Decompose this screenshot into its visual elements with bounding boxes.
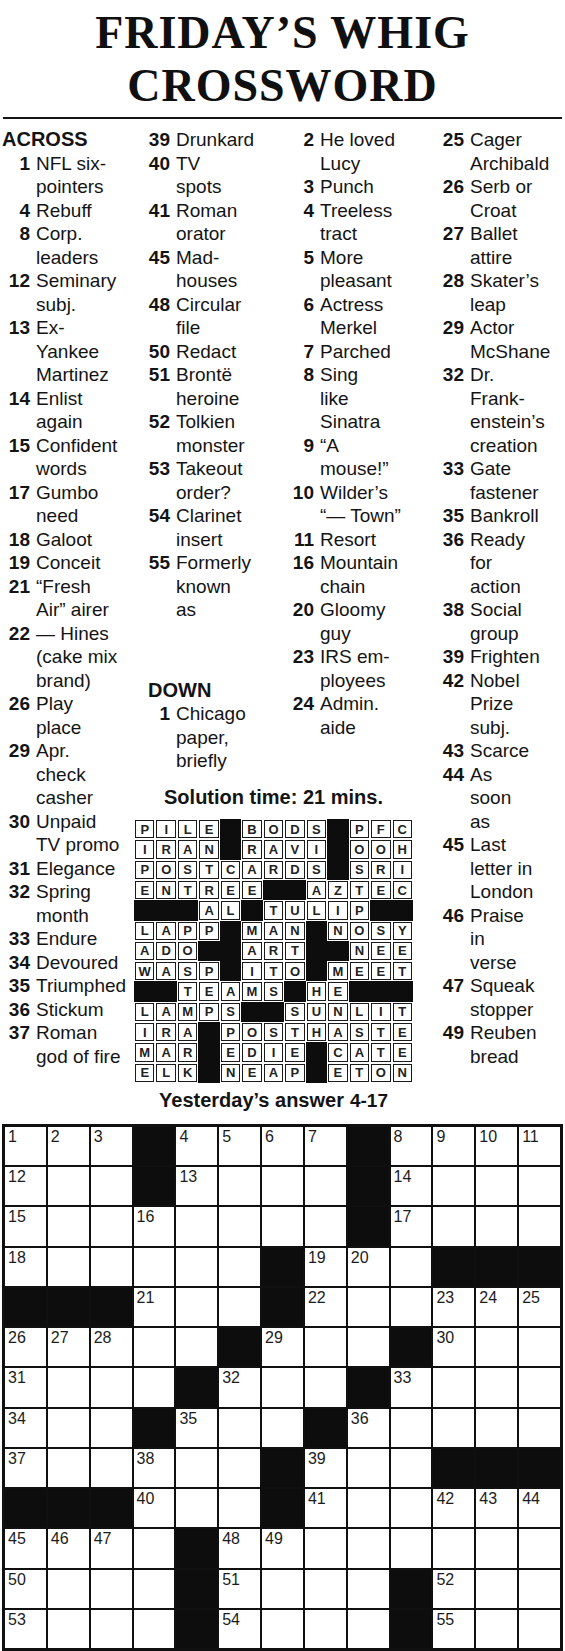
puzzle-cell[interactable]: 25 (519, 1288, 560, 1326)
puzzle-cell[interactable]: 18 (5, 1248, 46, 1286)
puzzle-cell[interactable] (134, 1570, 175, 1608)
puzzle-block-cell (433, 1449, 474, 1487)
puzzle-cell[interactable] (391, 1529, 432, 1567)
cell-number: 5 (222, 1128, 231, 1146)
puzzle-block-cell (348, 1368, 389, 1406)
puzzle-cell[interactable]: 21 (134, 1288, 175, 1326)
solution-cell: A (350, 1043, 369, 1061)
solution-cell: D (285, 861, 304, 879)
puzzle-cell[interactable]: 19 (305, 1248, 346, 1286)
puzzle-cell[interactable] (348, 1489, 389, 1527)
puzzle-cell[interactable]: 16 (134, 1207, 175, 1245)
puzzle-cell[interactable] (519, 1328, 560, 1366)
cell-number: 52 (436, 1571, 454, 1589)
clue-text: Galoot (36, 528, 92, 552)
puzzle-cell[interactable] (476, 1368, 517, 1406)
clue-text: More pleasant (320, 246, 392, 293)
puzzle-cell[interactable]: 37 (5, 1449, 46, 1487)
puzzle-cell[interactable] (262, 1610, 303, 1648)
down-clue-11: 11Resort (280, 528, 414, 552)
puzzle-cell[interactable] (391, 1409, 432, 1447)
puzzle-block-cell (91, 1489, 132, 1527)
clue-number: 6 (280, 293, 320, 317)
puzzle-block-cell (519, 1449, 560, 1487)
puzzle-cell[interactable]: 10 (476, 1127, 517, 1165)
puzzle-cell[interactable] (219, 1489, 260, 1527)
clue-number: 54 (136, 504, 176, 528)
clue-text: TV spots (176, 152, 221, 199)
puzzle-cell[interactable]: 54 (219, 1610, 260, 1648)
solution-cell: E (393, 942, 412, 960)
yesterdays-answer-label: Yesterday’s answer (159, 1089, 344, 1111)
clue-number: 46 (430, 904, 470, 928)
clue-number: 16 (280, 551, 320, 575)
solution-cell: O (371, 840, 390, 858)
cell-number: 11 (522, 1128, 539, 1146)
across-clue-37: 37Roman god of fire (2, 1021, 136, 1068)
down-clue-39: 39Frighten (430, 645, 565, 669)
clue-text: Ballet attire (470, 222, 518, 269)
cell-number: 53 (8, 1611, 26, 1629)
puzzle-cell[interactable]: 52 (433, 1570, 474, 1608)
puzzle-cell[interactable] (91, 1610, 132, 1648)
puzzle-cell[interactable] (134, 1368, 175, 1406)
cell-number: 15 (8, 1208, 26, 1226)
puzzle-cell[interactable]: 28 (91, 1328, 132, 1366)
puzzle-block-cell (519, 1248, 560, 1286)
puzzle-cell[interactable] (391, 1449, 432, 1487)
solution-cell: C (221, 861, 240, 879)
puzzle-block-cell (391, 1610, 432, 1648)
puzzle-cell[interactable]: 38 (134, 1449, 175, 1487)
puzzle-cell[interactable] (176, 1328, 217, 1366)
solution-cell: I (156, 820, 175, 838)
solution-cell: A (178, 1023, 197, 1041)
clue-text: Cager Archibald (470, 128, 549, 175)
down-clues-2: 2He loved Lucy3Punch4Treeless tract5More… (280, 128, 414, 739)
puzzle-block-cell (134, 1409, 175, 1447)
puzzle-cell[interactable] (176, 1207, 217, 1245)
puzzle-block-cell (433, 1248, 474, 1286)
solution-cell: A (199, 901, 218, 919)
clue-text: “Fresh Air” airer (36, 575, 109, 622)
puzzle-cell[interactable]: 29 (262, 1328, 303, 1366)
puzzle-cell[interactable]: 33 (391, 1368, 432, 1406)
clue-number: 10 (280, 481, 320, 505)
puzzle-cell[interactable]: 9 (433, 1127, 474, 1165)
clue-number: 44 (430, 763, 470, 787)
puzzle-cell[interactable] (91, 1167, 132, 1205)
puzzle-cell[interactable]: 3 (91, 1127, 132, 1165)
solution-cell: A (264, 922, 283, 940)
solution-cell: I (393, 861, 412, 879)
puzzle-cell[interactable]: 39 (305, 1449, 346, 1487)
clue-number: 34 (2, 951, 36, 975)
puzzle-cell[interactable]: 12 (5, 1167, 46, 1205)
puzzle-cell[interactable] (91, 1248, 132, 1286)
puzzle-cell[interactable] (48, 1409, 89, 1447)
cell-number: 45 (8, 1530, 26, 1548)
across-heading: ACROSS (2, 128, 136, 152)
down-clue-29: 29Actor McShane (430, 316, 565, 363)
clue-text: Sing like Sinatra (320, 363, 380, 434)
puzzle-cell[interactable]: 50 (5, 1570, 46, 1608)
clue-number: 36 (2, 998, 36, 1022)
across-clue-32: 32Spring month (2, 880, 136, 927)
puzzle-cell[interactable] (176, 1489, 217, 1527)
puzzle-cell[interactable]: 49 (262, 1529, 303, 1567)
puzzle-cell[interactable]: 13 (176, 1167, 217, 1205)
puzzle-block-cell (48, 1489, 89, 1527)
puzzle-cell[interactable] (219, 1167, 260, 1205)
puzzle-cell[interactable] (48, 1248, 89, 1286)
down-clue-5: 5More pleasant (280, 246, 414, 293)
puzzle-cell[interactable] (134, 1529, 175, 1567)
puzzle-cell[interactable]: 42 (433, 1489, 474, 1527)
solution-block-cell (156, 901, 175, 919)
puzzle-cell[interactable] (433, 1167, 474, 1205)
solution-cell: E (199, 982, 218, 1000)
puzzle-cell[interactable] (519, 1167, 560, 1205)
puzzle-block-cell (5, 1288, 46, 1326)
puzzle-cell[interactable] (519, 1409, 560, 1447)
solution-cell: P (199, 1003, 218, 1021)
puzzle-cell[interactable]: 1 (5, 1127, 46, 1165)
puzzle-cell[interactable]: 24 (476, 1288, 517, 1326)
puzzle-cell[interactable] (433, 1409, 474, 1447)
puzzle-cell[interactable] (305, 1610, 346, 1648)
puzzle-cell[interactable]: 45 (5, 1529, 46, 1567)
solution-cell: S (178, 861, 197, 879)
solution-cell: T (199, 861, 218, 879)
puzzle-cell[interactable]: 30 (433, 1328, 474, 1366)
puzzle-cell[interactable] (519, 1368, 560, 1406)
puzzle-cell[interactable] (519, 1610, 560, 1648)
puzzle-cell[interactable]: 6 (262, 1127, 303, 1165)
clue-number: 47 (430, 974, 470, 998)
puzzle-cell[interactable] (391, 1288, 432, 1326)
down-clue-38: 38Social group (430, 598, 565, 645)
across-clue-41: 41Roman orator (136, 199, 270, 246)
solution-cell: U (285, 901, 304, 919)
puzzle-cell[interactable]: 34 (5, 1409, 46, 1447)
solution-cell: T (350, 881, 369, 899)
clue-number: 13 (2, 316, 36, 340)
solution-cell: P (350, 901, 369, 919)
clue-text: Ready for action (470, 528, 525, 599)
puzzle-cell[interactable]: 23 (433, 1288, 474, 1326)
puzzle-cell[interactable]: 11 (519, 1127, 560, 1165)
solution-cell: O (242, 1023, 261, 1041)
puzzle-cell[interactable] (476, 1610, 517, 1648)
puzzle-cell[interactable] (519, 1207, 560, 1245)
title-divider (3, 117, 562, 119)
solution-cell: H (307, 1023, 326, 1041)
solution-cell: E (350, 962, 369, 980)
solution-cell: E (221, 1043, 240, 1061)
across-clue-50: 50Redact (136, 340, 270, 364)
clue-column-2: 39Drunkard40TV spots41Roman orator45Mad-… (136, 128, 270, 773)
across-clue-17: 17Gumbo need (2, 481, 136, 528)
clue-text: Spring month (36, 880, 91, 927)
solution-cell: O (371, 1064, 390, 1082)
solution-cell: N (393, 1064, 412, 1082)
puzzle-cell[interactable] (91, 1409, 132, 1447)
solution-cell: S (264, 1023, 283, 1041)
puzzle-cell[interactable] (348, 1529, 389, 1567)
cell-number: 35 (179, 1410, 197, 1428)
puzzle-cell[interactable] (519, 1570, 560, 1608)
clue-number: 45 (430, 833, 470, 857)
puzzle-block-cell (134, 1167, 175, 1205)
solution-cell: M (135, 1043, 154, 1061)
puzzle-block-cell (176, 1610, 217, 1648)
clue-text: Nobel Prize subj. (470, 669, 520, 740)
solution-block-cell (328, 840, 347, 858)
cell-number: 39 (308, 1450, 326, 1468)
puzzle-cell[interactable]: 8 (391, 1127, 432, 1165)
across-clue-53: 53Takeout order? (136, 457, 270, 504)
solution-block-cell (199, 1064, 218, 1082)
puzzle-cell[interactable] (305, 1328, 346, 1366)
clue-number: 48 (136, 293, 176, 317)
clue-text: Ex- Yankee Martinez (36, 316, 109, 387)
puzzle-cell[interactable] (348, 1288, 389, 1326)
solution-cell: I (242, 962, 261, 980)
puzzle-cell[interactable]: 35 (176, 1409, 217, 1447)
solution-block-cell (307, 1064, 326, 1082)
puzzle-cell[interactable]: 40 (134, 1489, 175, 1527)
solution-cell: E (199, 820, 218, 838)
puzzle-cell[interactable] (219, 1288, 260, 1326)
puzzle-cell[interactable] (219, 1207, 260, 1245)
across-clue-1: 1NFL six- pointers (2, 152, 136, 199)
solution-block-cell (221, 840, 240, 858)
across-clue-54: 54Clarinet insert (136, 504, 270, 551)
puzzle-cell[interactable] (48, 1570, 89, 1608)
cell-number: 50 (8, 1571, 26, 1589)
clue-number: 5 (280, 246, 320, 270)
solution-cell: S (350, 861, 369, 879)
cell-number: 7 (308, 1128, 317, 1146)
puzzle-cell[interactable] (391, 1248, 432, 1286)
cell-number: 43 (479, 1490, 497, 1508)
puzzle-cell[interactable]: 20 (348, 1248, 389, 1286)
down-clue-46: 46Praise in verse (430, 904, 565, 975)
puzzle-cell[interactable]: 4 (176, 1127, 217, 1165)
puzzle-cell[interactable] (48, 1207, 89, 1245)
clue-text: Endure (36, 927, 97, 951)
cell-number: 41 (308, 1490, 326, 1508)
solution-cell: L (221, 901, 240, 919)
clue-text: Apr. check casher (36, 739, 93, 810)
solution-cell: S (285, 1003, 304, 1021)
down-clue-45: 45Last letter in London (430, 833, 565, 904)
cell-number: 51 (222, 1571, 240, 1589)
down-clue-16: 16Mountain chain (280, 551, 414, 598)
solution-cell: B (242, 820, 261, 838)
clue-text: NFL six- pointers (36, 152, 106, 199)
down-clue-3: 3Punch (280, 175, 414, 199)
down-clue-6: 6Actress Merkel (280, 293, 414, 340)
across-clue-21: 21“Fresh Air” airer (2, 575, 136, 622)
solution-cell: E (393, 1043, 412, 1061)
cell-number: 23 (436, 1289, 454, 1307)
puzzle-block-cell (305, 1409, 346, 1447)
puzzle-cell[interactable]: 31 (5, 1368, 46, 1406)
solution-cell: M (328, 962, 347, 980)
puzzle-cell[interactable] (433, 1529, 474, 1567)
puzzle-cell[interactable]: 55 (433, 1610, 474, 1648)
puzzle-cell[interactable]: 47 (91, 1529, 132, 1567)
puzzle-cell[interactable]: 22 (305, 1288, 346, 1326)
down-clues-1: 1Chicago paper, briefly (136, 702, 270, 773)
across-clue-8: 8Corp. leaders (2, 222, 136, 269)
puzzle-cell[interactable] (305, 1207, 346, 1245)
puzzle-cell[interactable] (476, 1328, 517, 1366)
cell-number: 1 (8, 1128, 17, 1146)
solution-cell: T (264, 962, 283, 980)
puzzle-cell[interactable] (476, 1207, 517, 1245)
puzzle-cell[interactable] (519, 1529, 560, 1567)
puzzle-cell[interactable] (134, 1610, 175, 1648)
solution-cell: R (156, 840, 175, 858)
clue-text: Confident words (36, 434, 117, 481)
puzzle-cell[interactable] (176, 1288, 217, 1326)
solution-block-cell (264, 1003, 283, 1021)
clue-text: Gate fastener (470, 457, 539, 504)
puzzle-cell[interactable] (348, 1328, 389, 1366)
puzzle-cell[interactable] (262, 1570, 303, 1608)
puzzle-cell[interactable] (305, 1167, 346, 1205)
puzzle-cell[interactable] (91, 1449, 132, 1487)
puzzle-cell[interactable]: 7 (305, 1127, 346, 1165)
puzzle-cell[interactable]: 46 (48, 1529, 89, 1567)
cell-number: 13 (179, 1168, 197, 1186)
clue-number: 28 (430, 269, 470, 293)
puzzle-cell[interactable]: 53 (5, 1610, 46, 1648)
puzzle-cell[interactable] (134, 1328, 175, 1366)
puzzle-cell[interactable] (219, 1248, 260, 1286)
puzzle-cell[interactable]: 51 (219, 1570, 260, 1608)
puzzle-cell[interactable] (262, 1409, 303, 1447)
puzzle-cell[interactable]: 2 (48, 1127, 89, 1165)
puzzle-cell[interactable] (91, 1570, 132, 1608)
puzzle-cell[interactable]: 48 (219, 1529, 260, 1567)
puzzle-cell[interactable] (305, 1529, 346, 1567)
puzzle-cell[interactable]: 32 (219, 1368, 260, 1406)
puzzle-cell[interactable] (348, 1570, 389, 1608)
cell-number: 21 (137, 1289, 155, 1307)
puzzle-cell[interactable] (305, 1368, 346, 1406)
solution-block-cell (307, 922, 326, 940)
puzzle-cell[interactable] (91, 1368, 132, 1406)
puzzle-cell[interactable] (262, 1207, 303, 1245)
puzzle-cell[interactable] (91, 1207, 132, 1245)
cell-number: 17 (394, 1208, 412, 1226)
puzzle-cell[interactable] (48, 1368, 89, 1406)
clue-number: 33 (430, 457, 470, 481)
solution-cell: I (328, 901, 347, 919)
puzzle-cell[interactable] (433, 1368, 474, 1406)
clue-number: 30 (2, 810, 36, 834)
puzzle-cell[interactable] (348, 1449, 389, 1487)
solution-cell: E (393, 1023, 412, 1041)
across-clue-19: 19Conceit (2, 551, 136, 575)
puzzle-cell[interactable] (476, 1409, 517, 1447)
cell-number: 30 (436, 1329, 454, 1347)
solution-cell: O (264, 820, 283, 838)
puzzle-cell[interactable]: 5 (219, 1127, 260, 1165)
puzzle-cell[interactable] (305, 1570, 346, 1608)
puzzle-cell[interactable] (476, 1529, 517, 1567)
solution-cell: N (328, 1003, 347, 1021)
clue-text: Clarinet insert (176, 504, 241, 551)
down-clue-10: 10Wilder’s “— Town” (280, 481, 414, 528)
solution-cell: I (135, 840, 154, 858)
puzzle-cell[interactable] (219, 1409, 260, 1447)
puzzle-cell[interactable] (48, 1610, 89, 1648)
puzzle-cell[interactable]: 43 (476, 1489, 517, 1527)
across-clue-18: 18Galoot (2, 528, 136, 552)
cell-number: 8 (394, 1128, 403, 1146)
clue-text: Frighten (470, 645, 540, 669)
solution-cell: A (264, 840, 283, 858)
puzzle-cell[interactable] (476, 1570, 517, 1608)
puzzle-cell[interactable] (262, 1368, 303, 1406)
solution-cell: A (156, 962, 175, 980)
puzzle-cell[interactable]: 26 (5, 1328, 46, 1366)
solution-cell: Y (393, 922, 412, 940)
puzzle-cell[interactable] (476, 1167, 517, 1205)
down-clue-9: 9“A mouse!” (280, 434, 414, 481)
solution-block-cell (307, 942, 326, 960)
puzzle-cell[interactable]: 14 (391, 1167, 432, 1205)
solution-cell: O (156, 861, 175, 879)
puzzle-cell[interactable]: 41 (305, 1489, 346, 1527)
down-clue-20: 20Gloomy guy (280, 598, 414, 645)
puzzle-cell[interactable]: 17 (391, 1207, 432, 1245)
puzzle-block-cell (262, 1449, 303, 1487)
puzzle-cell[interactable] (176, 1248, 217, 1286)
solution-block-cell (156, 982, 175, 1000)
puzzle-cell[interactable]: 15 (5, 1207, 46, 1245)
solution-block-cell (221, 942, 240, 960)
yesterdays-answer-block: Solution time: 21 mins. PILEBODSPFCIRANR… (135, 786, 412, 1112)
puzzle-cell[interactable]: 36 (348, 1409, 389, 1447)
puzzle-cell[interactable]: 44 (519, 1489, 560, 1527)
solution-cell: P (135, 861, 154, 879)
puzzle-cell[interactable] (219, 1449, 260, 1487)
solution-cell: T (178, 982, 197, 1000)
puzzle-cell[interactable] (348, 1610, 389, 1648)
clue-number: 15 (2, 434, 36, 458)
puzzle-cell[interactable] (176, 1449, 217, 1487)
clue-text: He loved Lucy (320, 128, 395, 175)
clue-number: 31 (2, 857, 36, 881)
puzzle-cell[interactable] (134, 1248, 175, 1286)
puzzle-cell[interactable] (48, 1449, 89, 1487)
down-clue-25: 25Cager Archibald (430, 128, 565, 175)
puzzle-cell[interactable] (48, 1167, 89, 1205)
puzzle-cell[interactable]: 27 (48, 1328, 89, 1366)
clue-number: 4 (280, 199, 320, 223)
across-clue-14: 14Enlist again (2, 387, 136, 434)
puzzle-cell[interactable] (433, 1207, 474, 1245)
puzzle-cell[interactable] (391, 1489, 432, 1527)
puzzle-cell[interactable] (262, 1167, 303, 1205)
clue-number: 35 (430, 504, 470, 528)
